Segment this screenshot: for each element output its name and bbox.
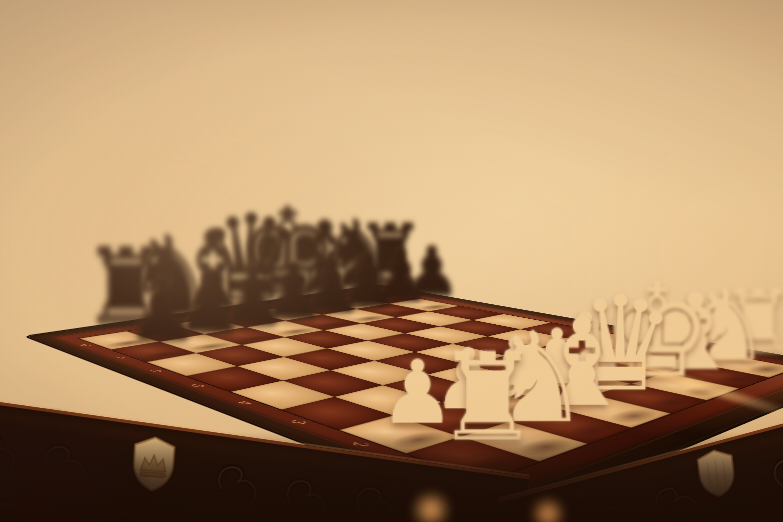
piece-shadow (414, 303, 457, 311)
chess-photo-scene: 12345678 ABCDEFGH ♜♞♝♚♛♝♞♜♟♟♟♟♟♟♟♟♟♟♟♟♟♟… (0, 0, 783, 522)
bokeh-highlight (528, 498, 568, 522)
square-g6 (396, 311, 472, 326)
depth-of-field-haze-left (0, 110, 420, 390)
bokeh-highlight (408, 492, 454, 522)
table-foreground (0, 432, 783, 522)
